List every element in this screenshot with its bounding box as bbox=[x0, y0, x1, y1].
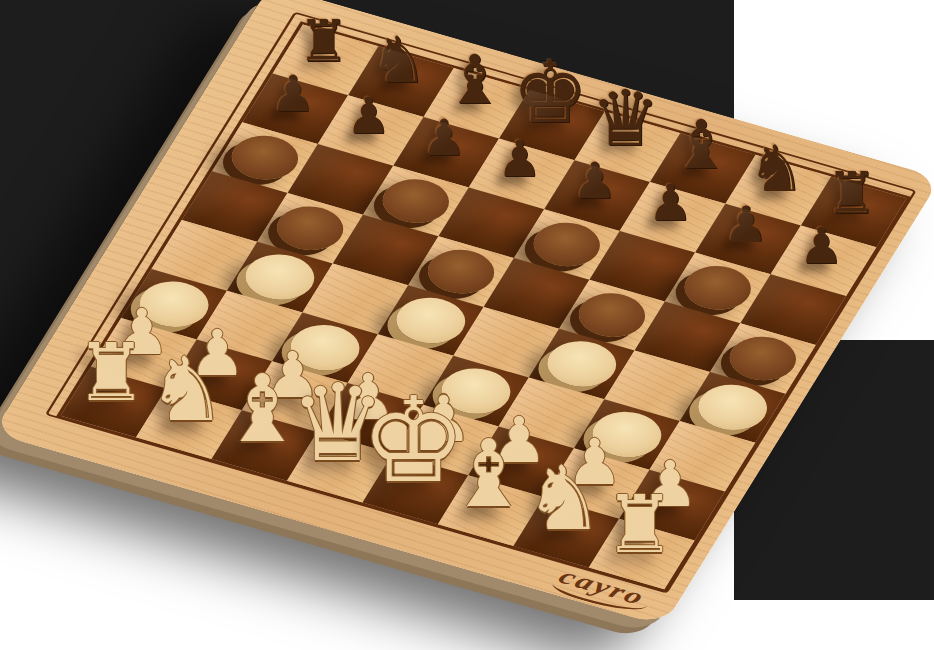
product-photo-stage: ♜♞♝♚♛♝♞♜♟♟♟♟♟♟♟♟♟♟♟♟♟♟♟♟♜♞♝♛♚♝♞♜ cayro bbox=[0, 0, 934, 650]
white-knight-b1[interactable]: ♞ bbox=[147, 345, 226, 434]
black-pawn-b7[interactable]: ♟ bbox=[346, 90, 391, 140]
white-knight-g1[interactable]: ♞ bbox=[524, 454, 603, 543]
white-rook-h1[interactable]: ♜ bbox=[604, 484, 675, 563]
white-rook-a1[interactable]: ♜ bbox=[75, 333, 146, 412]
white-bishop-f1[interactable]: ♝ bbox=[447, 427, 530, 520]
black-rook-h8[interactable]: ♜ bbox=[826, 164, 877, 221]
black-pawn-d7[interactable]: ♟ bbox=[497, 134, 542, 184]
black-pawn-f7[interactable]: ♟ bbox=[648, 177, 693, 227]
black-pawn-e7[interactable]: ♟ bbox=[572, 155, 617, 205]
black-bishop-f8[interactable]: ♝ bbox=[670, 111, 730, 178]
black-bishop-c8[interactable]: ♝ bbox=[444, 46, 504, 113]
black-pawn-c7[interactable]: ♟ bbox=[421, 112, 466, 162]
black-pawn-a7[interactable]: ♟ bbox=[270, 69, 315, 119]
black-pawn-h7[interactable]: ♟ bbox=[799, 220, 844, 270]
black-king-d8[interactable]: ♚ bbox=[511, 50, 587, 135]
black-knight-b8[interactable]: ♞ bbox=[370, 28, 427, 92]
black-rook-a8[interactable]: ♜ bbox=[297, 12, 348, 69]
black-queen-e8[interactable]: ♛ bbox=[590, 80, 659, 157]
black-knight-g8[interactable]: ♞ bbox=[747, 136, 804, 200]
black-pawn-g7[interactable]: ♟ bbox=[723, 199, 768, 249]
